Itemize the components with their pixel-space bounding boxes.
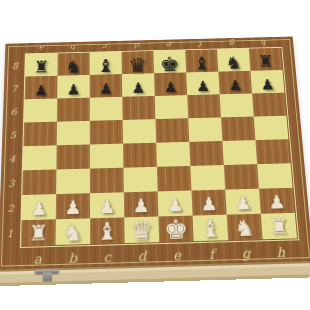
square-a7[interactable]: ♟ bbox=[25, 76, 58, 100]
rank-label-6: 6 bbox=[3, 99, 25, 123]
square-d2[interactable]: ♟ bbox=[124, 191, 159, 217]
square-e7[interactable]: ♟ bbox=[154, 72, 187, 96]
square-a3[interactable] bbox=[22, 169, 56, 195]
square-a4[interactable] bbox=[23, 145, 57, 170]
square-b6[interactable] bbox=[57, 98, 90, 122]
square-h4[interactable] bbox=[255, 139, 290, 164]
square-h7[interactable]: ♟ bbox=[250, 70, 284, 93]
square-h6[interactable] bbox=[252, 93, 286, 117]
square-b7[interactable]: ♟ bbox=[57, 75, 90, 99]
frame-right-5 bbox=[286, 115, 302, 139]
square-g7[interactable]: ♟ bbox=[218, 71, 252, 94]
file-label-top-d: d bbox=[121, 40, 153, 52]
square-e8[interactable]: ♚ bbox=[153, 50, 186, 73]
square-f7[interactable]: ♟ bbox=[186, 72, 219, 95]
square-h3[interactable] bbox=[257, 163, 293, 188]
square-f4[interactable] bbox=[189, 141, 224, 166]
square-h8[interactable]: ♜ bbox=[249, 48, 283, 71]
file-label-top-f: f bbox=[185, 38, 217, 50]
square-e4[interactable] bbox=[156, 142, 190, 167]
rank-label-3: 3 bbox=[0, 170, 23, 195]
file-label-c: c bbox=[90, 243, 125, 267]
square-f3[interactable] bbox=[190, 165, 225, 190]
square-c7[interactable]: ♟ bbox=[90, 74, 123, 98]
square-h2[interactable]: ♟ bbox=[259, 188, 295, 214]
square-g6[interactable] bbox=[220, 93, 254, 117]
square-g5[interactable] bbox=[221, 117, 255, 141]
file-label-top-h: h bbox=[248, 37, 281, 49]
file-label-top-e: e bbox=[153, 39, 185, 51]
square-h1[interactable]: ♜ bbox=[261, 213, 297, 239]
square-g1[interactable]: ♞ bbox=[227, 214, 263, 241]
square-g2[interactable]: ♟ bbox=[225, 189, 261, 215]
file-label-f: f bbox=[194, 240, 230, 264]
square-c2[interactable]: ♟ bbox=[90, 192, 124, 218]
file-label-a: a bbox=[20, 245, 55, 269]
square-e2[interactable]: ♟ bbox=[158, 190, 193, 216]
rank-label-8: 8 bbox=[4, 54, 25, 77]
square-b3[interactable] bbox=[56, 169, 90, 195]
rank-label-5: 5 bbox=[2, 123, 24, 147]
square-e3[interactable] bbox=[157, 166, 192, 191]
square-a1[interactable]: ♜ bbox=[21, 219, 56, 246]
frame-corner-top-left bbox=[5, 43, 26, 55]
square-f5[interactable] bbox=[188, 117, 222, 141]
square-a5[interactable] bbox=[23, 122, 56, 147]
frame-right-7 bbox=[282, 70, 297, 93]
square-f1[interactable]: ♝ bbox=[193, 215, 229, 242]
square-d4[interactable] bbox=[123, 143, 157, 168]
frame-corner-top-right bbox=[280, 37, 294, 48]
square-b1[interactable]: ♞ bbox=[55, 218, 90, 245]
frame-right-8 bbox=[281, 47, 296, 70]
square-c6[interactable] bbox=[90, 97, 123, 121]
square-f8[interactable]: ♝ bbox=[185, 49, 218, 72]
file-label-d: d bbox=[125, 242, 160, 266]
chess-board: abcdefgh8♜♞♝♛♚♝♞♜7♟♟♟♟♟♟♟♟65432♟♟♟♟♟♟♟♟1… bbox=[0, 37, 310, 270]
square-g4[interactable] bbox=[222, 140, 257, 165]
square-h5[interactable] bbox=[254, 116, 289, 140]
frame-corner-bottom-right bbox=[297, 238, 310, 261]
square-b2[interactable]: ♟ bbox=[56, 193, 90, 219]
frame-right-1 bbox=[295, 212, 310, 238]
square-g3[interactable] bbox=[224, 164, 259, 189]
square-a8[interactable]: ♜ bbox=[25, 53, 57, 76]
rank-label-1: 1 bbox=[0, 220, 22, 246]
file-label-top-g: g bbox=[216, 38, 248, 50]
square-d7[interactable]: ♟ bbox=[122, 73, 155, 97]
square-e1[interactable]: ♚ bbox=[158, 216, 193, 243]
square-a6[interactable] bbox=[24, 98, 57, 122]
square-d8[interactable]: ♛ bbox=[121, 51, 154, 74]
file-label-top-b: b bbox=[58, 42, 90, 54]
file-label-h: h bbox=[263, 238, 299, 262]
square-e5[interactable] bbox=[155, 118, 189, 142]
frame-right-4 bbox=[288, 139, 304, 163]
square-d6[interactable] bbox=[122, 96, 155, 120]
rank-label-2: 2 bbox=[0, 195, 22, 221]
square-c8[interactable]: ♝ bbox=[90, 52, 122, 75]
file-label-top-a: a bbox=[26, 42, 58, 54]
square-f2[interactable]: ♟ bbox=[191, 190, 226, 216]
square-c3[interactable] bbox=[90, 168, 124, 194]
square-d3[interactable] bbox=[123, 167, 157, 192]
square-g8[interactable]: ♞ bbox=[217, 49, 250, 72]
square-b8[interactable]: ♞ bbox=[57, 53, 89, 76]
frame-right-2 bbox=[293, 187, 309, 212]
square-b5[interactable] bbox=[57, 121, 90, 146]
frame-right-6 bbox=[284, 92, 299, 115]
square-c1[interactable]: ♝ bbox=[90, 217, 125, 244]
frame-right-3 bbox=[291, 163, 307, 188]
file-label-b: b bbox=[55, 244, 90, 268]
chess-set-photo: abcdefgh8♜♞♝♛♚♝♞♜7♟♟♟♟♟♟♟♟65432♟♟♟♟♟♟♟♟1… bbox=[0, 37, 310, 287]
square-f6[interactable] bbox=[187, 94, 221, 118]
rank-label-7: 7 bbox=[4, 77, 26, 100]
square-b4[interactable] bbox=[56, 144, 90, 169]
square-d1[interactable]: ♛ bbox=[124, 217, 159, 244]
clasp-latch-icon bbox=[34, 267, 59, 281]
file-label-g: g bbox=[228, 239, 264, 263]
file-label-top-c: c bbox=[90, 41, 122, 53]
file-label-e: e bbox=[159, 241, 195, 265]
square-a2[interactable]: ♟ bbox=[22, 194, 57, 220]
rank-label-4: 4 bbox=[1, 146, 23, 171]
square-c5[interactable] bbox=[90, 120, 123, 145]
square-c4[interactable] bbox=[90, 144, 124, 169]
square-d5[interactable] bbox=[123, 119, 157, 143]
frame-corner-bottom-left bbox=[0, 246, 21, 270]
square-e6[interactable] bbox=[155, 95, 188, 119]
